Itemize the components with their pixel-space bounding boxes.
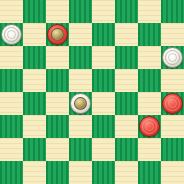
square-r1c7[interactable]	[161, 23, 184, 46]
square-r5c1[interactable]	[23, 115, 46, 138]
checkers-board	[0, 0, 184, 184]
piece-ring-outer	[165, 96, 180, 111]
square-r5c3[interactable]	[69, 115, 92, 138]
square-r2c0[interactable]	[0, 46, 23, 69]
white-man-piece[interactable]	[162, 47, 183, 68]
square-r7c3[interactable]	[69, 161, 92, 184]
square-r0c1[interactable]	[23, 0, 46, 23]
square-r1c6[interactable]	[138, 23, 161, 46]
square-r7c1[interactable]	[23, 161, 46, 184]
square-r2c3[interactable]	[69, 46, 92, 69]
square-r5c2[interactable]	[46, 115, 69, 138]
square-r0c6[interactable]	[138, 0, 161, 23]
square-r3c4[interactable]	[92, 69, 115, 92]
square-r2c1[interactable]	[23, 46, 46, 69]
piece-ring-outer	[165, 50, 180, 65]
square-r4c3[interactable]	[69, 92, 92, 115]
checkers-app	[0, 0, 184, 184]
square-r3c2[interactable]	[46, 69, 69, 92]
square-r3c6[interactable]	[138, 69, 161, 92]
square-r2c6[interactable]	[138, 46, 161, 69]
square-r0c0[interactable]	[0, 0, 23, 23]
square-r6c3[interactable]	[69, 138, 92, 161]
square-r1c1[interactable]	[23, 23, 46, 46]
square-r1c2[interactable]	[46, 23, 69, 46]
white-king-piece[interactable]	[70, 93, 91, 114]
piece-ring-outer	[142, 119, 157, 134]
square-r7c5[interactable]	[115, 161, 138, 184]
square-r7c2[interactable]	[46, 161, 69, 184]
square-r1c4[interactable]	[92, 23, 115, 46]
king-crown-dome	[51, 28, 64, 41]
square-r0c7[interactable]	[161, 0, 184, 23]
square-r5c7[interactable]	[161, 115, 184, 138]
square-r4c6[interactable]	[138, 92, 161, 115]
square-r1c0[interactable]	[0, 23, 23, 46]
square-r6c5[interactable]	[115, 138, 138, 161]
square-r4c1[interactable]	[23, 92, 46, 115]
square-r5c6[interactable]	[138, 115, 161, 138]
square-r4c4[interactable]	[92, 92, 115, 115]
square-r6c6[interactable]	[138, 138, 161, 161]
square-r7c0[interactable]	[0, 161, 23, 184]
square-r7c6[interactable]	[138, 161, 161, 184]
red-man-piece[interactable]	[162, 93, 183, 114]
square-r3c0[interactable]	[0, 69, 23, 92]
square-r5c5[interactable]	[115, 115, 138, 138]
square-r7c4[interactable]	[92, 161, 115, 184]
square-r7c7[interactable]	[161, 161, 184, 184]
square-r3c5[interactable]	[115, 69, 138, 92]
square-r4c7[interactable]	[161, 92, 184, 115]
piece-ring-inner	[7, 30, 16, 39]
piece-ring-inner	[168, 53, 177, 62]
square-r3c7[interactable]	[161, 69, 184, 92]
red-king-piece[interactable]	[47, 24, 68, 45]
king-crown-dome	[74, 97, 87, 110]
square-r6c4[interactable]	[92, 138, 115, 161]
square-r6c2[interactable]	[46, 138, 69, 161]
piece-ring-outer	[4, 27, 19, 42]
piece-ring-inner	[168, 99, 177, 108]
piece-ring-inner	[145, 122, 154, 131]
square-r1c3[interactable]	[69, 23, 92, 46]
square-r2c7[interactable]	[161, 46, 184, 69]
square-r0c5[interactable]	[115, 0, 138, 23]
square-r1c5[interactable]	[115, 23, 138, 46]
square-r5c4[interactable]	[92, 115, 115, 138]
square-r4c5[interactable]	[115, 92, 138, 115]
square-r2c2[interactable]	[46, 46, 69, 69]
square-r0c2[interactable]	[46, 0, 69, 23]
square-r6c1[interactable]	[23, 138, 46, 161]
square-r0c4[interactable]	[92, 0, 115, 23]
square-r0c3[interactable]	[69, 0, 92, 23]
white-man-piece[interactable]	[1, 24, 22, 45]
square-r2c4[interactable]	[92, 46, 115, 69]
square-r4c2[interactable]	[46, 92, 69, 115]
square-r2c5[interactable]	[115, 46, 138, 69]
square-r5c0[interactable]	[0, 115, 23, 138]
square-r4c0[interactable]	[0, 92, 23, 115]
square-r3c3[interactable]	[69, 69, 92, 92]
red-man-piece[interactable]	[139, 116, 160, 137]
square-r3c1[interactable]	[23, 69, 46, 92]
square-r6c7[interactable]	[161, 138, 184, 161]
square-r6c0[interactable]	[0, 138, 23, 161]
